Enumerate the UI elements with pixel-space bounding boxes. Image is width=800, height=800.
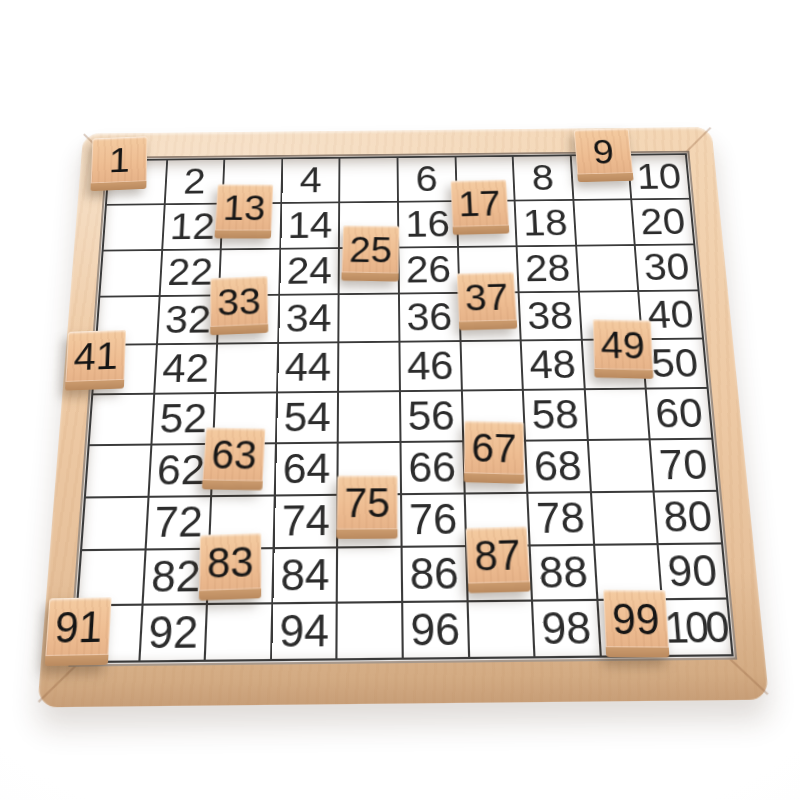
tile-number-9: 9 — [592, 134, 616, 168]
tile-top-face: 1 — [91, 136, 148, 183]
tile-front-edge — [606, 647, 670, 657]
tile-top-face: 9 — [574, 129, 633, 175]
tile-13[interactable]: 13 — [214, 184, 273, 238]
tile-41[interactable]: 41 — [65, 330, 126, 391]
tile-83[interactable]: 83 — [199, 533, 261, 601]
frame-mitre-joint — [38, 664, 77, 702]
tile-number-99: 99 — [612, 596, 662, 640]
tile-top-face: 75 — [336, 475, 397, 529]
tile-number-13: 13 — [222, 190, 266, 225]
tile-1[interactable]: 1 — [91, 136, 148, 191]
tile-number-1: 1 — [108, 143, 130, 178]
tile-front-edge — [463, 473, 523, 484]
photo-background: 2468101214161820222426283032343638404244… — [0, 0, 800, 800]
tile-front-edge — [341, 272, 398, 281]
tile-number-75: 75 — [344, 481, 390, 522]
tile-front-edge — [578, 173, 634, 182]
tile-number-25: 25 — [349, 231, 393, 267]
tile-number-67: 67 — [471, 427, 516, 468]
tile-top-face: 67 — [463, 420, 523, 474]
tile-37[interactable]: 37 — [456, 272, 517, 330]
tile-9[interactable]: 9 — [574, 129, 634, 183]
tile-91[interactable]: 91 — [45, 597, 112, 666]
tile-top-face: 87 — [465, 526, 529, 583]
tile-top-face: 25 — [341, 225, 399, 273]
tile-front-edge — [468, 582, 531, 593]
tile-front-edge — [45, 655, 109, 666]
tile-number-33: 33 — [217, 282, 261, 321]
tile-number-41: 41 — [73, 336, 119, 375]
tile-49[interactable]: 49 — [593, 319, 653, 379]
tile-67[interactable]: 67 — [463, 420, 523, 483]
tile-front-edge — [336, 529, 397, 538]
tile-number-87: 87 — [473, 533, 522, 576]
tile-front-edge — [452, 225, 509, 234]
tile-top-face: 13 — [215, 184, 273, 230]
tile-top-face: 83 — [199, 533, 261, 591]
tile-front-edge — [459, 320, 517, 330]
tile-front-edge — [199, 589, 261, 601]
wooden-frame: 2468101214161820222426283032343638404244… — [37, 127, 769, 707]
frame-mitre-joint — [729, 658, 769, 696]
tile-top-face: 41 — [66, 330, 127, 382]
tile-top-face: 99 — [604, 589, 670, 647]
tile-top-face: 49 — [593, 319, 653, 370]
tile-33[interactable]: 33 — [210, 276, 268, 335]
tile-number-83: 83 — [207, 540, 254, 584]
tile-number-17: 17 — [457, 185, 501, 221]
hundred-board: 2468101214161820222426283032343638404244… — [37, 127, 769, 707]
tile-17[interactable]: 17 — [450, 179, 509, 234]
tile-front-edge — [202, 480, 263, 490]
tile-front-edge — [210, 324, 268, 335]
tile-99[interactable]: 99 — [604, 589, 670, 657]
tile-number-63: 63 — [210, 434, 258, 475]
tile-number-91: 91 — [54, 604, 104, 648]
tile-25[interactable]: 25 — [341, 225, 399, 281]
tiles-layer: 191317253337414963677583879199 — [68, 151, 737, 667]
tile-87[interactable]: 87 — [465, 526, 530, 593]
tile-75[interactable]: 75 — [336, 475, 397, 539]
tile-front-edge — [595, 369, 654, 379]
tile-number-49: 49 — [601, 325, 646, 364]
tile-front-edge — [214, 230, 271, 238]
tile-top-face: 17 — [450, 179, 508, 227]
tile-top-face: 91 — [46, 597, 112, 656]
tile-number-37: 37 — [464, 278, 509, 316]
tile-top-face: 33 — [210, 276, 268, 327]
tile-front-edge — [65, 380, 124, 391]
tile-top-face: 63 — [202, 427, 265, 481]
tile-63[interactable]: 63 — [202, 427, 266, 490]
tile-front-edge — [91, 181, 147, 191]
tile-top-face: 37 — [456, 272, 516, 322]
